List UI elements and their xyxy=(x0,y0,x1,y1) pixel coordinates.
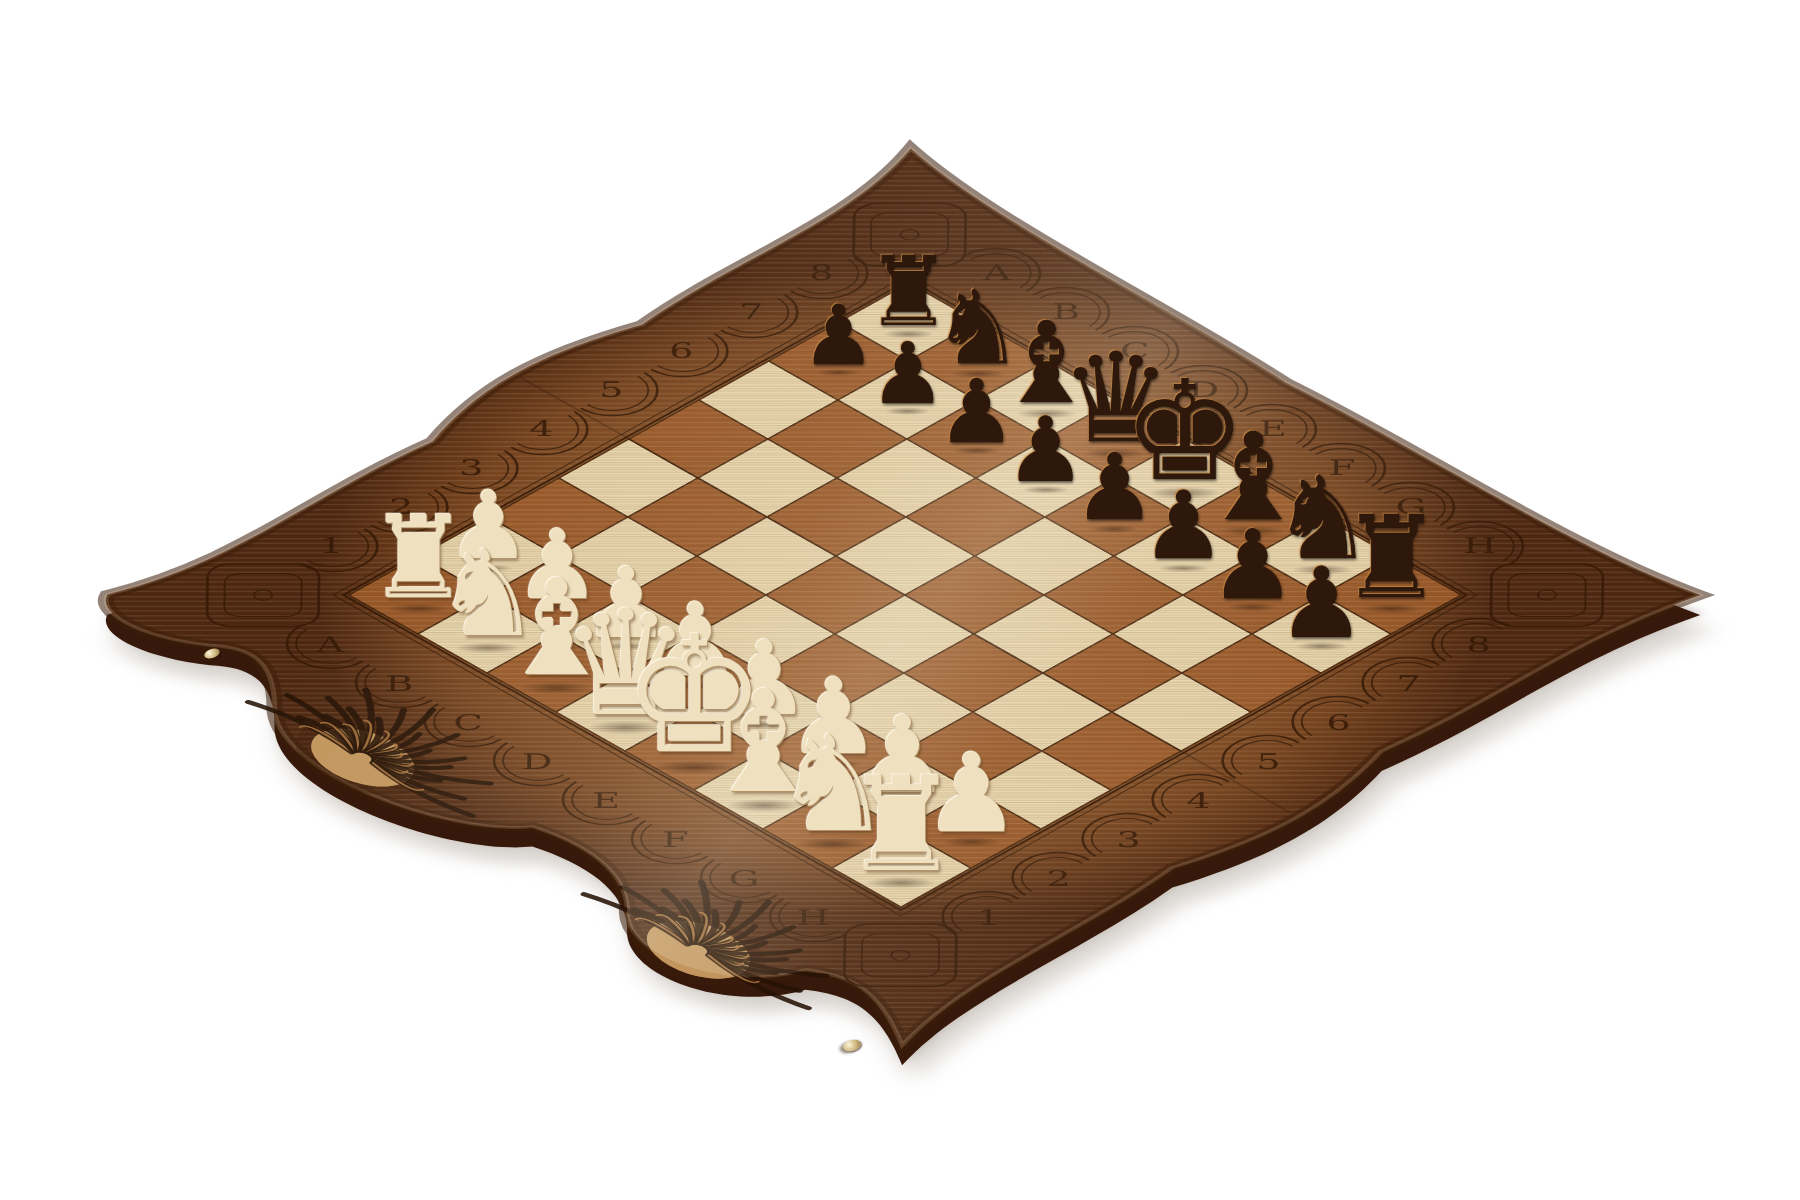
black-pawn-icon: ♟ xyxy=(1278,554,1366,652)
photo-scene: AA11BB22CC33DD44EE55FF66GG77HH88 ♜♞♝♛♚♝♞… xyxy=(0,0,1800,1200)
piece-white-rook-h1[interactable]: ♜ xyxy=(843,759,960,890)
white-rook-icon: ♜ xyxy=(843,759,960,890)
black-pawn-icon: ♟ xyxy=(801,294,875,377)
piece-black-pawn-h7[interactable]: ♟ xyxy=(1278,554,1366,652)
chess-board: AA11BB22CC33DD44EE55FF66GG77HH88 xyxy=(0,0,1800,1200)
piece-black-pawn-c7[interactable]: ♟ xyxy=(937,368,1016,456)
gloss-sheen xyxy=(0,0,1800,1200)
piece-black-pawn-a7[interactable]: ♟ xyxy=(801,294,875,377)
black-pawn-icon: ♟ xyxy=(937,368,1016,456)
piece-black-pawn-b7[interactable]: ♟ xyxy=(869,331,945,416)
black-pawn-icon: ♟ xyxy=(869,331,945,416)
